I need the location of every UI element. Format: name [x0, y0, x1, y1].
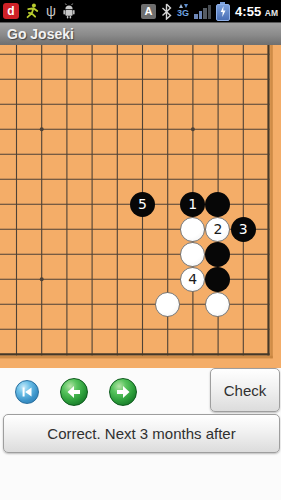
move-number: 4	[188, 272, 197, 286]
d-notification-icon: d	[3, 3, 19, 19]
stone-black	[205, 242, 230, 267]
right-arrow-icon	[115, 385, 131, 399]
move-number: 5	[138, 197, 147, 211]
clock: 4:55 AM	[235, 4, 278, 19]
stone-white: 4	[180, 267, 205, 292]
stone-white	[205, 292, 230, 317]
android-robot-icon	[60, 2, 78, 20]
status-bar-left: d ψ	[3, 2, 78, 21]
next-move-button[interactable]	[109, 378, 137, 406]
stone-black	[205, 192, 230, 217]
check-button[interactable]: Check	[210, 368, 280, 412]
signal-strength-icon	[194, 4, 211, 19]
skip-to-start-icon	[20, 386, 34, 398]
stone-black: 5	[130, 192, 155, 217]
move-number: 3	[239, 222, 248, 236]
3g-data-icon: 3G	[177, 4, 189, 18]
status-bar-right: A 3G 4:55 AM	[141, 2, 278, 21]
stone-white	[155, 292, 180, 317]
battery-charging-icon	[216, 4, 230, 21]
move-number: 2	[214, 222, 223, 236]
phone-screen: d ψ A 3G	[0, 0, 281, 500]
stone-black: 1	[180, 192, 205, 217]
input-method-a-icon: A	[141, 4, 156, 19]
running-man-icon	[23, 2, 42, 21]
left-arrow-icon	[66, 385, 82, 399]
move-number: 1	[188, 197, 197, 211]
bluetooth-icon	[161, 3, 172, 20]
board-area: 51234	[0, 45, 281, 368]
go-board[interactable]: 51234	[4, 42, 281, 367]
stone-white	[180, 217, 205, 242]
stone-white	[180, 242, 205, 267]
previous-move-button[interactable]	[60, 378, 88, 406]
feedback-button[interactable]: Correct. Next 3 months after	[3, 414, 280, 453]
stone-white: 2	[205, 217, 230, 242]
usb-icon: ψ	[46, 3, 56, 19]
skip-to-start-button[interactable]	[15, 380, 39, 404]
app-title: Go Joseki	[0, 26, 74, 42]
stone-black: 3	[231, 217, 256, 242]
status-bar: d ψ A 3G	[0, 0, 281, 22]
stone-black	[205, 267, 230, 292]
